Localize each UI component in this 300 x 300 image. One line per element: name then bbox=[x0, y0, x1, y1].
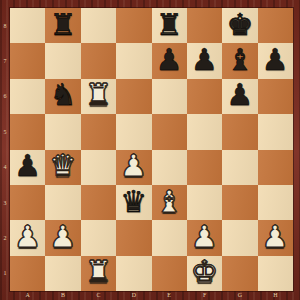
black-pawn[interactable]: ♟ bbox=[226, 80, 253, 110]
square-b4[interactable]: ♛ bbox=[45, 150, 80, 185]
file-label-c: C bbox=[81, 291, 116, 300]
square-d8[interactable] bbox=[116, 8, 151, 43]
black-rook[interactable]: ♜ bbox=[50, 10, 77, 40]
square-f3[interactable] bbox=[187, 185, 222, 220]
square-e3[interactable]: ♝ bbox=[152, 185, 187, 220]
square-b3[interactable] bbox=[45, 185, 80, 220]
square-a3[interactable] bbox=[10, 185, 45, 220]
rank-labels: 87654321 bbox=[0, 8, 10, 291]
square-f8[interactable] bbox=[187, 8, 222, 43]
square-d1[interactable] bbox=[116, 256, 151, 291]
file-label-g: G bbox=[222, 291, 257, 300]
square-h6[interactable] bbox=[258, 79, 293, 114]
file-label-a: A bbox=[10, 291, 45, 300]
square-b7[interactable] bbox=[45, 43, 80, 78]
square-g5[interactable] bbox=[222, 114, 257, 149]
square-d5[interactable] bbox=[116, 114, 151, 149]
black-pawn[interactable]: ♟ bbox=[156, 45, 183, 75]
square-h4[interactable] bbox=[258, 150, 293, 185]
rank-label-2: 2 bbox=[0, 220, 10, 255]
square-h3[interactable] bbox=[258, 185, 293, 220]
square-b2[interactable]: ♟ bbox=[45, 220, 80, 255]
white-pawn[interactable]: ♟ bbox=[120, 151, 147, 181]
black-queen[interactable]: ♛ bbox=[120, 187, 147, 217]
square-h7[interactable]: ♟ bbox=[258, 43, 293, 78]
white-pawn[interactable]: ♟ bbox=[14, 222, 41, 252]
square-b5[interactable] bbox=[45, 114, 80, 149]
black-bishop[interactable]: ♝ bbox=[226, 45, 253, 75]
black-knight[interactable]: ♞ bbox=[50, 80, 77, 110]
square-b6[interactable]: ♞ bbox=[45, 79, 80, 114]
white-queen[interactable]: ♛ bbox=[50, 151, 77, 181]
square-g1[interactable] bbox=[222, 256, 257, 291]
square-g8[interactable]: ♚ bbox=[222, 8, 257, 43]
square-c3[interactable] bbox=[81, 185, 116, 220]
square-c6[interactable]: ♜ bbox=[81, 79, 116, 114]
square-g2[interactable] bbox=[222, 220, 257, 255]
chess-board: ♜♜♚♟♟♝♟♞♜♟♟♛♟♛♝♟♟♟♟♜♚ bbox=[10, 8, 293, 291]
rank-label-6: 6 bbox=[0, 79, 10, 114]
square-a6[interactable] bbox=[10, 79, 45, 114]
square-e2[interactable] bbox=[152, 220, 187, 255]
square-h2[interactable]: ♟ bbox=[258, 220, 293, 255]
black-rook[interactable]: ♜ bbox=[156, 10, 183, 40]
square-c8[interactable] bbox=[81, 8, 116, 43]
square-c2[interactable] bbox=[81, 220, 116, 255]
black-pawn[interactable]: ♟ bbox=[262, 45, 289, 75]
square-h8[interactable] bbox=[258, 8, 293, 43]
white-pawn[interactable]: ♟ bbox=[50, 222, 77, 252]
square-e6[interactable] bbox=[152, 79, 187, 114]
black-pawn[interactable]: ♟ bbox=[14, 151, 41, 181]
square-f6[interactable] bbox=[187, 79, 222, 114]
square-c1[interactable]: ♜ bbox=[81, 256, 116, 291]
square-a7[interactable] bbox=[10, 43, 45, 78]
file-label-d: D bbox=[116, 291, 151, 300]
square-f1[interactable]: ♚ bbox=[187, 256, 222, 291]
square-g3[interactable] bbox=[222, 185, 257, 220]
square-g7[interactable]: ♝ bbox=[222, 43, 257, 78]
black-pawn[interactable]: ♟ bbox=[191, 45, 218, 75]
black-king[interactable]: ♚ bbox=[226, 10, 253, 40]
rank-label-7: 7 bbox=[0, 43, 10, 78]
rank-label-8: 8 bbox=[0, 8, 10, 43]
square-a2[interactable]: ♟ bbox=[10, 220, 45, 255]
square-a8[interactable] bbox=[10, 8, 45, 43]
rank-label-5: 5 bbox=[0, 114, 10, 149]
square-d6[interactable] bbox=[116, 79, 151, 114]
square-e5[interactable] bbox=[152, 114, 187, 149]
square-a4[interactable]: ♟ bbox=[10, 150, 45, 185]
white-king[interactable]: ♚ bbox=[191, 257, 218, 287]
rank-label-1: 1 bbox=[0, 256, 10, 291]
square-h5[interactable] bbox=[258, 114, 293, 149]
square-f2[interactable]: ♟ bbox=[187, 220, 222, 255]
file-label-e: E bbox=[152, 291, 187, 300]
square-f7[interactable]: ♟ bbox=[187, 43, 222, 78]
square-f4[interactable] bbox=[187, 150, 222, 185]
square-d4[interactable]: ♟ bbox=[116, 150, 151, 185]
square-f5[interactable] bbox=[187, 114, 222, 149]
square-b8[interactable]: ♜ bbox=[45, 8, 80, 43]
square-e4[interactable] bbox=[152, 150, 187, 185]
white-bishop[interactable]: ♝ bbox=[156, 187, 183, 217]
white-rook[interactable]: ♜ bbox=[85, 80, 112, 110]
square-b1[interactable] bbox=[45, 256, 80, 291]
square-g4[interactable] bbox=[222, 150, 257, 185]
square-e8[interactable]: ♜ bbox=[152, 8, 187, 43]
square-d2[interactable] bbox=[116, 220, 151, 255]
square-a5[interactable] bbox=[10, 114, 45, 149]
square-c4[interactable] bbox=[81, 150, 116, 185]
square-c5[interactable] bbox=[81, 114, 116, 149]
file-label-h: H bbox=[258, 291, 293, 300]
file-label-b: B bbox=[45, 291, 80, 300]
square-h1[interactable] bbox=[258, 256, 293, 291]
white-pawn[interactable]: ♟ bbox=[191, 222, 218, 252]
file-label-f: F bbox=[187, 291, 222, 300]
square-a1[interactable] bbox=[10, 256, 45, 291]
file-labels: ABCDEFGH bbox=[10, 291, 293, 300]
square-d7[interactable] bbox=[116, 43, 151, 78]
square-d3[interactable]: ♛ bbox=[116, 185, 151, 220]
white-pawn[interactable]: ♟ bbox=[262, 222, 289, 252]
square-e1[interactable] bbox=[152, 256, 187, 291]
square-e7[interactable]: ♟ bbox=[152, 43, 187, 78]
square-g6[interactable]: ♟ bbox=[222, 79, 257, 114]
chess-board-frame: 87654321 ♜♜♚♟♟♝♟♞♜♟♟♛♟♛♝♟♟♟♟♜♚ ABCDEFGH bbox=[0, 0, 300, 300]
rank-label-4: 4 bbox=[0, 150, 10, 185]
square-c7[interactable] bbox=[81, 43, 116, 78]
rank-label-3: 3 bbox=[0, 185, 10, 220]
white-rook[interactable]: ♜ bbox=[85, 257, 112, 287]
